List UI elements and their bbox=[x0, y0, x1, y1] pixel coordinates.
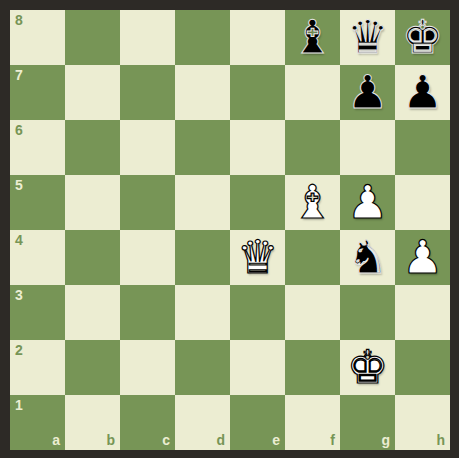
square-a8[interactable]: 8 bbox=[10, 10, 65, 65]
piece-black-pawn-g7[interactable]: ♟ bbox=[347, 65, 388, 120]
square-b4[interactable] bbox=[65, 230, 120, 285]
square-g5[interactable]: ♟ bbox=[340, 175, 395, 230]
file-label-c: c bbox=[162, 433, 170, 447]
square-f8[interactable]: ♝ bbox=[285, 10, 340, 65]
square-e7[interactable] bbox=[230, 65, 285, 120]
square-d2[interactable] bbox=[175, 340, 230, 395]
square-g7[interactable]: ♟ bbox=[340, 65, 395, 120]
square-b1[interactable]: b bbox=[65, 395, 120, 450]
square-f3[interactable] bbox=[285, 285, 340, 340]
piece-white-bishop-f5[interactable]: ♝ bbox=[292, 175, 333, 230]
rank-label-1: 1 bbox=[15, 398, 23, 412]
square-g4[interactable]: ♞ bbox=[340, 230, 395, 285]
square-g3[interactable] bbox=[340, 285, 395, 340]
square-c7[interactable] bbox=[120, 65, 175, 120]
square-f5[interactable]: ♝ bbox=[285, 175, 340, 230]
square-c5[interactable] bbox=[120, 175, 175, 230]
square-g2[interactable]: ♚ bbox=[340, 340, 395, 395]
square-b8[interactable] bbox=[65, 10, 120, 65]
square-c3[interactable] bbox=[120, 285, 175, 340]
rank-label-3: 3 bbox=[15, 288, 23, 302]
square-a4[interactable]: 4 bbox=[10, 230, 65, 285]
square-h4[interactable]: ♟ bbox=[395, 230, 450, 285]
square-a7[interactable]: 7 bbox=[10, 65, 65, 120]
square-d7[interactable] bbox=[175, 65, 230, 120]
square-f7[interactable] bbox=[285, 65, 340, 120]
square-b2[interactable] bbox=[65, 340, 120, 395]
square-h6[interactable] bbox=[395, 120, 450, 175]
square-e5[interactable] bbox=[230, 175, 285, 230]
file-label-b: b bbox=[106, 433, 115, 447]
rank-label-8: 8 bbox=[15, 13, 23, 27]
piece-black-queen-g8[interactable]: ♛ bbox=[347, 10, 388, 65]
square-d6[interactable] bbox=[175, 120, 230, 175]
rank-label-4: 4 bbox=[15, 233, 23, 247]
file-label-f: f bbox=[330, 433, 335, 447]
square-a2[interactable]: 2 bbox=[10, 340, 65, 395]
square-e3[interactable] bbox=[230, 285, 285, 340]
square-b7[interactable] bbox=[65, 65, 120, 120]
square-d1[interactable]: d bbox=[175, 395, 230, 450]
square-h1[interactable]: h bbox=[395, 395, 450, 450]
square-c1[interactable]: c bbox=[120, 395, 175, 450]
chess-board: 8♝♛♚7♟♟65♝♟4♛♞♟32♚1abcdefgh bbox=[10, 10, 450, 450]
file-label-h: h bbox=[436, 433, 445, 447]
square-b3[interactable] bbox=[65, 285, 120, 340]
piece-black-knight-g4[interactable]: ♞ bbox=[347, 230, 388, 285]
square-e1[interactable]: e bbox=[230, 395, 285, 450]
file-label-e: e bbox=[272, 433, 280, 447]
square-e4[interactable]: ♛ bbox=[230, 230, 285, 285]
piece-white-pawn-h4[interactable]: ♟ bbox=[402, 230, 443, 285]
piece-white-king-g2[interactable]: ♚ bbox=[347, 340, 388, 395]
square-d3[interactable] bbox=[175, 285, 230, 340]
square-h7[interactable]: ♟ bbox=[395, 65, 450, 120]
file-label-d: d bbox=[216, 433, 225, 447]
rank-label-6: 6 bbox=[15, 123, 23, 137]
square-c4[interactable] bbox=[120, 230, 175, 285]
square-d5[interactable] bbox=[175, 175, 230, 230]
square-a5[interactable]: 5 bbox=[10, 175, 65, 230]
square-f4[interactable] bbox=[285, 230, 340, 285]
square-a1[interactable]: 1a bbox=[10, 395, 65, 450]
rank-label-5: 5 bbox=[15, 178, 23, 192]
square-e2[interactable] bbox=[230, 340, 285, 395]
square-h8[interactable]: ♚ bbox=[395, 10, 450, 65]
square-a3[interactable]: 3 bbox=[10, 285, 65, 340]
file-label-g: g bbox=[381, 433, 390, 447]
square-e8[interactable] bbox=[230, 10, 285, 65]
piece-white-queen-e4[interactable]: ♛ bbox=[237, 230, 278, 285]
square-f1[interactable]: f bbox=[285, 395, 340, 450]
square-c8[interactable] bbox=[120, 10, 175, 65]
square-f6[interactable] bbox=[285, 120, 340, 175]
square-c6[interactable] bbox=[120, 120, 175, 175]
rank-label-7: 7 bbox=[15, 68, 23, 82]
square-d4[interactable] bbox=[175, 230, 230, 285]
piece-black-pawn-h7[interactable]: ♟ bbox=[402, 65, 443, 120]
square-h5[interactable] bbox=[395, 175, 450, 230]
square-g1[interactable]: g bbox=[340, 395, 395, 450]
square-g6[interactable] bbox=[340, 120, 395, 175]
rank-label-2: 2 bbox=[15, 343, 23, 357]
chess-board-frame: 8♝♛♚7♟♟65♝♟4♛♞♟32♚1abcdefgh bbox=[0, 0, 459, 458]
square-e6[interactable] bbox=[230, 120, 285, 175]
square-g8[interactable]: ♛ bbox=[340, 10, 395, 65]
square-f2[interactable] bbox=[285, 340, 340, 395]
square-h3[interactable] bbox=[395, 285, 450, 340]
piece-black-bishop-f8[interactable]: ♝ bbox=[292, 10, 333, 65]
square-b6[interactable] bbox=[65, 120, 120, 175]
square-h2[interactable] bbox=[395, 340, 450, 395]
square-d8[interactable] bbox=[175, 10, 230, 65]
piece-white-pawn-g5[interactable]: ♟ bbox=[347, 175, 388, 230]
piece-black-king-h8[interactable]: ♚ bbox=[402, 10, 443, 65]
square-b5[interactable] bbox=[65, 175, 120, 230]
file-label-a: a bbox=[52, 433, 60, 447]
square-a6[interactable]: 6 bbox=[10, 120, 65, 175]
square-c2[interactable] bbox=[120, 340, 175, 395]
